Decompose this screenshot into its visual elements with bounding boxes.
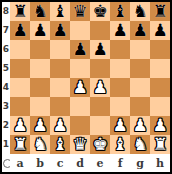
square-c2[interactable]: ♟ [50, 116, 70, 135]
piece-white-pawn: ♟ [10, 116, 30, 135]
square-h1[interactable]: ♜ [150, 135, 170, 154]
square-g7[interactable]: ♟ [130, 21, 150, 40]
square-d4[interactable]: ♟ [70, 78, 90, 97]
square-b1[interactable]: ♞ [30, 135, 50, 154]
square-d7[interactable] [70, 21, 90, 40]
file-label-g: g [130, 154, 150, 172]
file-labels: abcdefgh [10, 154, 170, 172]
piece-black-knight: ♞ [130, 2, 150, 21]
piece-white-pawn: ♟ [150, 116, 170, 135]
square-b8[interactable]: ♞ [30, 2, 50, 21]
square-f7[interactable]: ♟ [110, 21, 130, 40]
square-d2[interactable] [70, 116, 90, 135]
piece-white-king: ♚ [90, 135, 110, 154]
square-c4[interactable] [50, 78, 70, 97]
square-d3[interactable] [70, 97, 90, 116]
square-b6[interactable] [30, 40, 50, 59]
piece-black-pawn: ♟ [70, 40, 90, 59]
piece-white-pawn: ♟ [130, 116, 150, 135]
square-a6[interactable] [10, 40, 30, 59]
square-c5[interactable] [50, 59, 70, 78]
square-h6[interactable] [150, 40, 170, 59]
rank-label-3: 3 [2, 97, 10, 116]
square-b4[interactable] [30, 78, 50, 97]
rank-label-8: 8 [2, 2, 10, 21]
piece-white-queen: ♛ [70, 135, 90, 154]
square-e7[interactable] [90, 21, 110, 40]
square-d5[interactable] [70, 59, 90, 78]
piece-black-rook: ♜ [150, 2, 170, 21]
turn-indicator-area [2, 154, 10, 172]
square-a1[interactable]: ♜ [10, 135, 30, 154]
square-a5[interactable] [10, 59, 30, 78]
square-b5[interactable] [30, 59, 50, 78]
piece-white-rook: ♜ [10, 135, 30, 154]
square-f2[interactable]: ♟ [110, 116, 130, 135]
rank-label-4: 4 [2, 78, 10, 97]
square-f1[interactable]: ♝ [110, 135, 130, 154]
square-f4[interactable] [110, 78, 130, 97]
piece-white-knight: ♞ [130, 135, 150, 154]
piece-black-pawn: ♟ [50, 21, 70, 40]
square-d8[interactable]: ♛ [70, 2, 90, 21]
piece-black-pawn: ♟ [130, 21, 150, 40]
file-label-f: f [110, 154, 130, 172]
piece-black-pawn: ♟ [90, 40, 110, 59]
piece-white-knight: ♞ [30, 135, 50, 154]
square-e1[interactable]: ♚ [90, 135, 110, 154]
square-g1[interactable]: ♞ [130, 135, 150, 154]
square-g5[interactable] [130, 59, 150, 78]
rank-label-7: 7 [2, 21, 10, 40]
piece-black-knight: ♞ [30, 2, 50, 21]
square-f6[interactable] [110, 40, 130, 59]
piece-black-pawn: ♟ [10, 21, 30, 40]
piece-white-bishop: ♝ [50, 135, 70, 154]
square-g6[interactable] [130, 40, 150, 59]
square-h2[interactable]: ♟ [150, 116, 170, 135]
file-label-d: d [70, 154, 90, 172]
piece-black-bishop: ♝ [50, 2, 70, 21]
square-h7[interactable]: ♟ [150, 21, 170, 40]
square-e6[interactable]: ♟ [90, 40, 110, 59]
square-c7[interactable]: ♟ [50, 21, 70, 40]
piece-white-pawn: ♟ [110, 116, 130, 135]
rank-label-2: 2 [2, 116, 10, 135]
square-e4[interactable]: ♟ [90, 78, 110, 97]
rank-label-6: 6 [2, 40, 10, 59]
square-e5[interactable] [90, 59, 110, 78]
square-h8[interactable]: ♜ [150, 2, 170, 21]
chess-board: ♜♞♝♛♚♝♞♜♟♟♟♟♟♟♟♟♟♟♟♟♟♟♟♟♜♞♝♛♚♝♞♜ [10, 2, 170, 154]
square-a7[interactable]: ♟ [10, 21, 30, 40]
piece-white-pawn: ♟ [90, 78, 110, 97]
rank-label-5: 5 [2, 59, 10, 78]
square-c8[interactable]: ♝ [50, 2, 70, 21]
square-g4[interactable] [130, 78, 150, 97]
square-c1[interactable]: ♝ [50, 135, 70, 154]
piece-white-rook: ♜ [150, 135, 170, 154]
square-d1[interactable]: ♛ [70, 135, 90, 154]
piece-black-rook: ♜ [10, 2, 30, 21]
square-a8[interactable]: ♜ [10, 2, 30, 21]
square-b2[interactable]: ♟ [30, 116, 50, 135]
rank-label-1: 1 [2, 135, 10, 154]
file-label-a: a [10, 154, 30, 172]
rank-labels: 87654321 [2, 2, 10, 154]
piece-white-pawn: ♟ [70, 78, 90, 97]
square-a3[interactable] [10, 97, 30, 116]
piece-black-pawn: ♟ [110, 21, 130, 40]
square-g3[interactable] [130, 97, 150, 116]
square-h5[interactable] [150, 59, 170, 78]
square-g8[interactable]: ♞ [130, 2, 150, 21]
square-a4[interactable] [10, 78, 30, 97]
piece-black-pawn: ♟ [150, 21, 170, 40]
square-d6[interactable]: ♟ [70, 40, 90, 59]
square-h4[interactable] [150, 78, 170, 97]
file-label-h: h [150, 154, 170, 172]
file-label-b: b [30, 154, 50, 172]
square-g2[interactable]: ♟ [130, 116, 150, 135]
chess-board-frame: 87654321 ♜♞♝♛♚♝♞♜♟♟♟♟♟♟♟♟♟♟♟♟♟♟♟♟♜♞♝♛♚♝♞… [0, 0, 172, 174]
file-label-c: c [50, 154, 70, 172]
square-f3[interactable] [110, 97, 130, 116]
square-f8[interactable]: ♝ [110, 2, 130, 21]
square-b7[interactable]: ♟ [30, 21, 50, 40]
piece-black-king: ♚ [90, 2, 110, 21]
piece-black-pawn: ♟ [30, 21, 50, 40]
file-label-e: e [90, 154, 110, 172]
square-a2[interactable]: ♟ [10, 116, 30, 135]
piece-white-bishop: ♝ [110, 135, 130, 154]
square-e3[interactable] [90, 97, 110, 116]
piece-black-bishop: ♝ [110, 2, 130, 21]
piece-white-pawn: ♟ [30, 116, 50, 135]
square-h3[interactable] [150, 97, 170, 116]
square-c6[interactable] [50, 40, 70, 59]
piece-white-pawn: ♟ [50, 116, 70, 135]
square-f5[interactable] [110, 59, 130, 78]
square-e8[interactable]: ♚ [90, 2, 110, 21]
square-b3[interactable] [30, 97, 50, 116]
square-c3[interactable] [50, 97, 70, 116]
square-e2[interactable] [90, 116, 110, 135]
piece-black-queen: ♛ [70, 2, 90, 21]
